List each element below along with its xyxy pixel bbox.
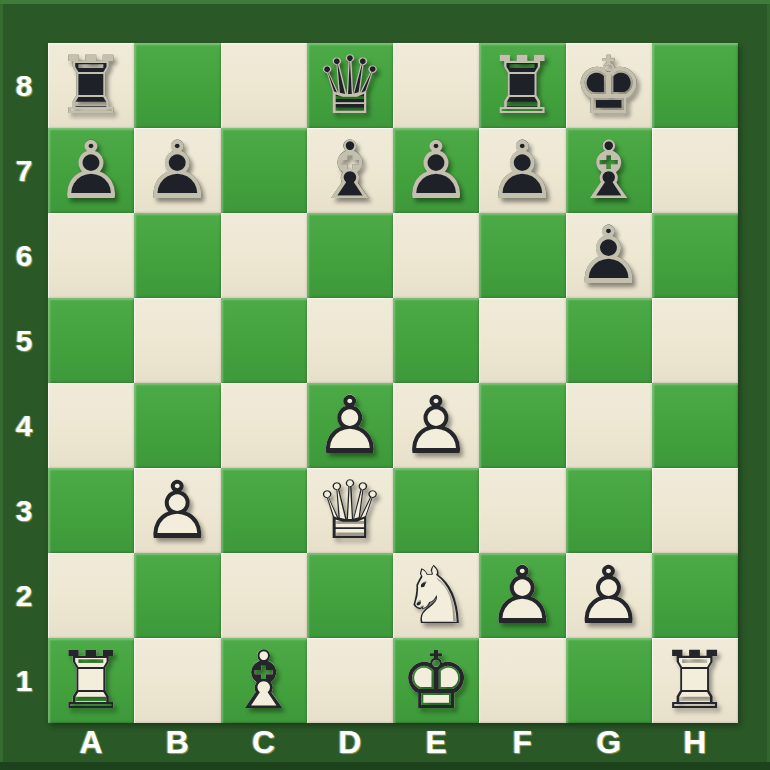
square-a1[interactable]: ♜♖ [48,638,134,723]
white-pawn-d4[interactable]: ♟♙ [307,383,393,468]
piece-outline-glyph: ♘ [393,553,479,638]
square-a2[interactable] [48,553,134,638]
square-d1[interactable] [307,638,393,723]
white-pawn-e4[interactable]: ♟♙ [393,383,479,468]
square-c4[interactable] [221,383,307,468]
piece-outline-glyph: ♙ [48,128,134,213]
square-e3[interactable] [393,468,479,553]
frame-top-edge [0,0,770,4]
square-e8[interactable] [393,43,479,128]
square-f8[interactable]: ♜♖ [479,43,565,128]
piece-outline-glyph: ♖ [479,43,565,128]
rank-label-3: 3 [0,468,48,553]
square-d2[interactable] [307,553,393,638]
rank-label-6: 6 [0,213,48,298]
square-h8[interactable] [652,43,738,128]
black-queen-d8[interactable]: ♛♕ [307,43,393,128]
square-c2[interactable] [221,553,307,638]
square-b1[interactable] [134,638,220,723]
black-pawn-e7[interactable]: ♟♙ [393,128,479,213]
square-d3[interactable]: ♛♕ [307,468,393,553]
square-f6[interactable] [479,213,565,298]
square-b8[interactable] [134,43,220,128]
square-f2[interactable]: ♟♙ [479,553,565,638]
file-label-f: F [479,723,565,762]
square-c1[interactable]: ♝♗ [221,638,307,723]
square-g7[interactable]: ♝♗ [566,128,652,213]
black-bishop-d7[interactable]: ♝♗ [307,128,393,213]
rank-labels: 8 7 6 5 4 3 2 1 [0,43,48,723]
square-d8[interactable]: ♛♕ [307,43,393,128]
square-d6[interactable] [307,213,393,298]
square-c8[interactable] [221,43,307,128]
white-queen-d3[interactable]: ♛♕ [307,468,393,553]
square-a6[interactable] [48,213,134,298]
rank-label-1: 1 [0,638,48,723]
chess-board: ♜♖♛♕♜♖♚♔♟♙♟♙♝♗♟♙♟♙♝♗♟♙♟♙♟♙♟♙♛♕♞♘♟♙♟♙♜♖♝♗… [48,43,738,723]
square-g6[interactable]: ♟♙ [566,213,652,298]
black-rook-a8[interactable]: ♜♖ [48,43,134,128]
square-b4[interactable] [134,383,220,468]
square-g5[interactable] [566,298,652,383]
piece-outline-glyph: ♙ [393,128,479,213]
frame-bottom-edge [0,762,770,770]
square-a8[interactable]: ♜♖ [48,43,134,128]
square-g4[interactable] [566,383,652,468]
piece-outline-glyph: ♙ [393,383,479,468]
square-b3[interactable]: ♟♙ [134,468,220,553]
black-pawn-b7[interactable]: ♟♙ [134,128,220,213]
white-knight-e2[interactable]: ♞♘ [393,553,479,638]
square-f1[interactable] [479,638,565,723]
file-label-h: H [652,723,738,762]
square-e1[interactable]: ♚♔ [393,638,479,723]
file-label-b: B [134,723,220,762]
rank-label-7: 7 [0,128,48,213]
square-e2[interactable]: ♞♘ [393,553,479,638]
square-h1[interactable]: ♜♖ [652,638,738,723]
square-b6[interactable] [134,213,220,298]
square-g1[interactable] [566,638,652,723]
square-c3[interactable] [221,468,307,553]
piece-outline-glyph: ♙ [134,468,220,553]
piece-outline-glyph: ♙ [566,553,652,638]
piece-outline-glyph: ♔ [393,638,479,723]
white-rook-a1[interactable]: ♜♖ [48,638,134,723]
square-h5[interactable] [652,298,738,383]
square-e4[interactable]: ♟♙ [393,383,479,468]
square-e6[interactable] [393,213,479,298]
square-h3[interactable] [652,468,738,553]
white-bishop-c1[interactable]: ♝♗ [221,638,307,723]
square-d7[interactable]: ♝♗ [307,128,393,213]
file-label-d: D [307,723,393,762]
white-king-e1[interactable]: ♚♔ [393,638,479,723]
square-f7[interactable]: ♟♙ [479,128,565,213]
square-d4[interactable]: ♟♙ [307,383,393,468]
square-b5[interactable] [134,298,220,383]
square-h2[interactable] [652,553,738,638]
square-c7[interactable] [221,128,307,213]
square-a7[interactable]: ♟♙ [48,128,134,213]
black-pawn-a7[interactable]: ♟♙ [48,128,134,213]
white-pawn-g2[interactable]: ♟♙ [566,553,652,638]
square-b2[interactable] [134,553,220,638]
square-h7[interactable] [652,128,738,213]
square-a4[interactable] [48,383,134,468]
piece-outline-glyph: ♙ [479,553,565,638]
square-f3[interactable] [479,468,565,553]
square-g8[interactable]: ♚♔ [566,43,652,128]
piece-outline-glyph: ♙ [134,128,220,213]
piece-outline-glyph: ♔ [566,43,652,128]
square-f5[interactable] [479,298,565,383]
square-b7[interactable]: ♟♙ [134,128,220,213]
black-pawn-g6[interactable]: ♟♙ [566,213,652,298]
rank-label-8: 8 [0,43,48,128]
white-rook-h1[interactable]: ♜♖ [652,638,738,723]
black-bishop-g7[interactable]: ♝♗ [566,128,652,213]
piece-outline-glyph: ♖ [652,638,738,723]
rank-label-4: 4 [0,383,48,468]
square-a5[interactable] [48,298,134,383]
piece-outline-glyph: ♙ [566,213,652,298]
square-f4[interactable] [479,383,565,468]
piece-outline-glyph: ♖ [48,43,134,128]
file-label-g: G [566,723,652,762]
file-label-a: A [48,723,134,762]
square-a3[interactable] [48,468,134,553]
piece-outline-glyph: ♖ [48,638,134,723]
square-g2[interactable]: ♟♙ [566,553,652,638]
square-d5[interactable] [307,298,393,383]
black-king-g8[interactable]: ♚♔ [566,43,652,128]
black-pawn-f7[interactable]: ♟♙ [479,128,565,213]
file-label-e: E [393,723,479,762]
square-g3[interactable] [566,468,652,553]
piece-outline-glyph: ♗ [221,638,307,723]
square-c5[interactable] [221,298,307,383]
file-labels: A B C D E F G H [48,723,738,762]
square-c6[interactable] [221,213,307,298]
square-h4[interactable] [652,383,738,468]
rank-label-2: 2 [0,553,48,638]
chess-board-window: 8 7 6 5 4 3 2 1 ♜♖♛♕♜♖♚♔♟♙♟♙♝♗♟♙♟♙♝♗♟♙♟♙… [0,0,770,770]
piece-outline-glyph: ♕ [307,468,393,553]
piece-outline-glyph: ♗ [566,128,652,213]
square-h6[interactable] [652,213,738,298]
piece-outline-glyph: ♙ [307,383,393,468]
piece-outline-glyph: ♗ [307,128,393,213]
square-e7[interactable]: ♟♙ [393,128,479,213]
rank-label-5: 5 [0,298,48,383]
white-pawn-f2[interactable]: ♟♙ [479,553,565,638]
black-rook-f8[interactable]: ♜♖ [479,43,565,128]
square-e5[interactable] [393,298,479,383]
file-label-c: C [221,723,307,762]
piece-outline-glyph: ♙ [479,128,565,213]
piece-outline-glyph: ♕ [307,43,393,128]
white-pawn-b3[interactable]: ♟♙ [134,468,220,553]
